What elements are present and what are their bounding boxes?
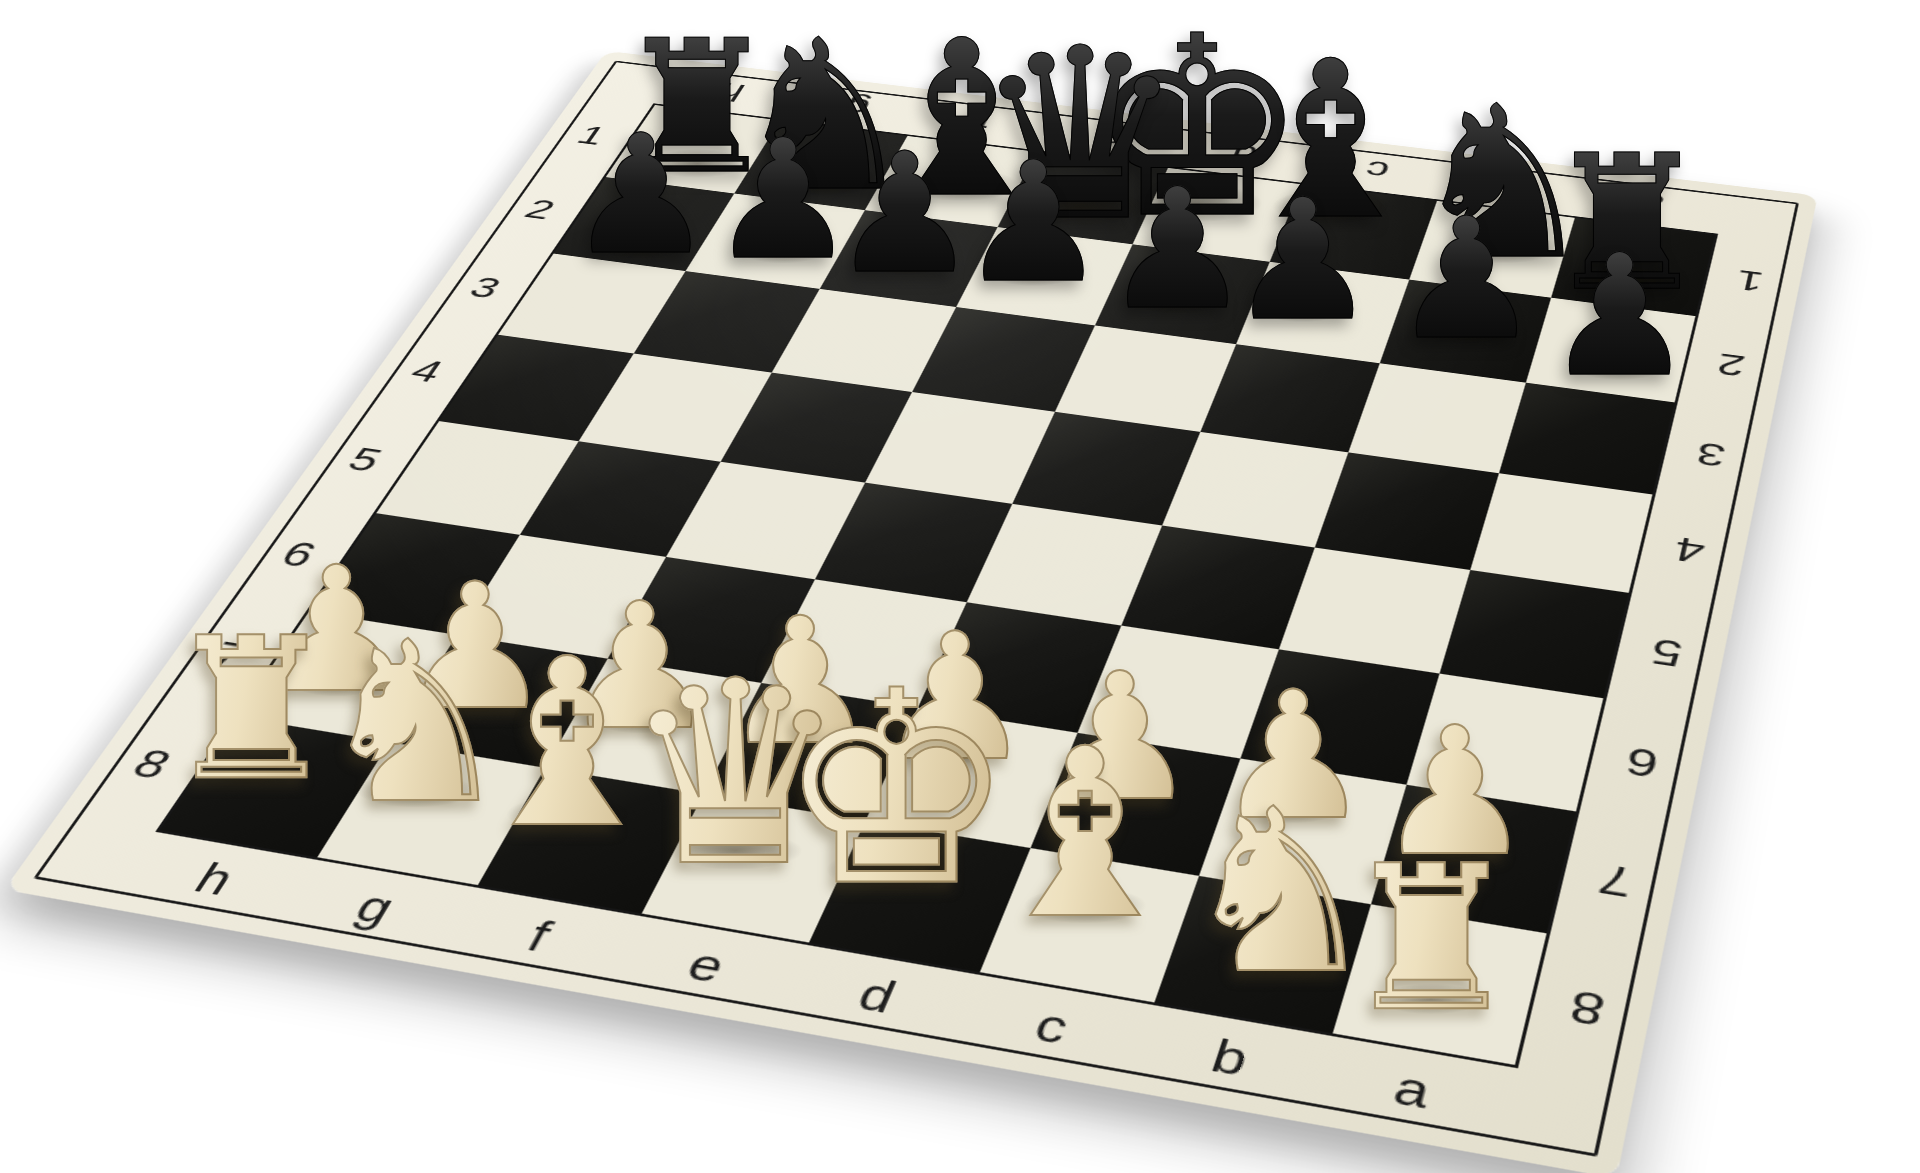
piece-black-pawn-f2[interactable]: ♟ bbox=[830, 130, 978, 296]
piece-black-pawn-e2[interactable]: ♟ bbox=[959, 141, 1108, 307]
piece-black-pawn-c2[interactable]: ♟ bbox=[1228, 176, 1378, 343]
piece-black-pawn-b2[interactable]: ♟ bbox=[1391, 196, 1541, 363]
piece-white-rook-a8[interactable]: ♜ bbox=[1342, 839, 1521, 1039]
piece-black-pawn-h2[interactable]: ♟ bbox=[567, 113, 715, 278]
chess-set-photo: hgfedcbahgfedcba1234567812345678 ♜♞♝♛♚♝♞… bbox=[0, 0, 1920, 1173]
piece-white-rook-h8[interactable]: ♜ bbox=[164, 613, 339, 809]
piece-black-pawn-a2[interactable]: ♟ bbox=[1544, 233, 1694, 401]
piece-white-bishop-c8[interactable]: ♝ bbox=[980, 719, 1189, 952]
